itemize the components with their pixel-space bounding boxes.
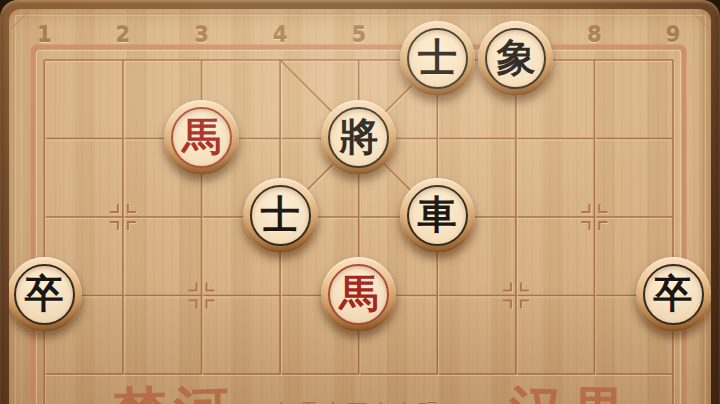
piece-black-advisor-2[interactable]: 士: [243, 178, 318, 253]
piece-black-chariot-1[interactable]: 車: [400, 178, 475, 253]
piece-character: 卒: [25, 274, 64, 313]
column-label-4: 4: [273, 23, 288, 47]
piece-character: 士: [418, 38, 457, 77]
piece-face: 士: [250, 185, 311, 246]
piece-black-soldier-2[interactable]: 卒: [636, 257, 711, 332]
piece-face: 卒: [643, 264, 704, 325]
column-label-9: 9: [666, 23, 681, 47]
piece-face: 車: [407, 185, 468, 246]
piece-character: 將: [339, 117, 378, 156]
piece-face: 將: [328, 107, 389, 168]
piece-black-general[interactable]: 將: [321, 100, 396, 175]
piece-character: 馬: [339, 274, 378, 313]
piece-black-elephant-1[interactable]: 象: [478, 21, 553, 96]
piece-character: 士: [261, 195, 300, 234]
piece-character: 車: [418, 195, 457, 234]
piece-black-soldier-1[interactable]: 卒: [9, 257, 82, 332]
river-text-left: 楚河: [111, 382, 236, 404]
board-grid: [9, 9, 711, 404]
piece-character: 象: [496, 38, 535, 77]
piece-black-advisor-1[interactable]: 士: [400, 21, 475, 96]
column-label-3: 3: [194, 23, 209, 47]
column-label-2: 2: [116, 23, 131, 47]
piece-face: 馬: [171, 107, 232, 168]
piece-character: 卒: [654, 274, 693, 313]
piece-character: 馬: [182, 117, 221, 156]
column-label-8: 8: [587, 23, 602, 47]
column-label-1: 1: [37, 23, 52, 47]
piece-face: 象: [485, 28, 546, 89]
piece-red-horse-2[interactable]: 馬: [321, 257, 396, 332]
piece-red-horse-1[interactable]: 馬: [164, 100, 239, 175]
piece-face: 卒: [14, 264, 75, 325]
xiangqi-board[interactable]: 123456789 楚河 汉界 每天十万人在玩 士象馬將士車卒馬卒: [9, 9, 711, 404]
river-text-right: 汉界: [509, 383, 634, 404]
piece-face: 士: [407, 28, 468, 89]
column-label-5: 5: [351, 23, 366, 47]
piece-face: 馬: [328, 264, 389, 325]
